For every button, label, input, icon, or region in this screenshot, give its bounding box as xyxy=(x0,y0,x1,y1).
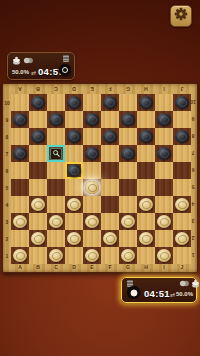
rank-label-left-10: 10 xyxy=(3,94,11,111)
black-piece-g7[interactable] xyxy=(121,147,135,160)
square-d2[interactable] xyxy=(65,230,83,247)
square-e4[interactable] xyxy=(83,196,101,213)
square-i6[interactable] xyxy=(155,162,173,179)
swap-arrows-icon: ⇄ xyxy=(170,291,175,298)
square-d10[interactable] xyxy=(65,94,83,111)
square-j5[interactable] xyxy=(173,179,191,196)
square-c10[interactable] xyxy=(47,94,65,111)
square-f7[interactable] xyxy=(101,145,119,162)
black-piece-h10[interactable] xyxy=(139,96,153,109)
square-a6[interactable] xyxy=(11,162,29,179)
square-i8[interactable] xyxy=(155,128,173,145)
square-c3[interactable] xyxy=(47,213,65,230)
rank-label-left-9: 9 xyxy=(3,111,11,128)
square-h4[interactable] xyxy=(137,196,155,213)
file-label-top-g: G xyxy=(119,84,137,94)
square-h5[interactable] xyxy=(137,179,155,196)
file-label-top-i: I xyxy=(155,84,173,94)
square-g9[interactable] xyxy=(119,111,137,128)
black-piece-a9[interactable] xyxy=(13,113,27,126)
square-d4[interactable] xyxy=(65,196,83,213)
square-d3[interactable] xyxy=(65,213,83,230)
square-f2[interactable] xyxy=(101,230,119,247)
rank-labels-left: 10987654321 xyxy=(3,94,11,264)
square-g10[interactable] xyxy=(119,94,137,111)
white-piece-j2[interactable] xyxy=(175,232,189,245)
win-rate: 50.0% xyxy=(12,69,29,75)
white-piece-e5[interactable] xyxy=(85,181,99,194)
square-b8[interactable] xyxy=(29,128,47,145)
rank-label-left-8: 8 xyxy=(3,128,11,145)
player-panel-white: 04:51 ⇄ 50.0% xyxy=(121,277,197,303)
rank-label-left-3: 3 xyxy=(3,213,11,230)
square-g2[interactable] xyxy=(119,230,137,247)
settings-button[interactable] xyxy=(170,5,192,27)
black-piece-h8[interactable] xyxy=(139,130,153,143)
black-piece-d10[interactable] xyxy=(67,96,81,109)
square-g1[interactable] xyxy=(119,247,137,264)
square-c2[interactable] xyxy=(47,230,65,247)
square-b3[interactable] xyxy=(29,213,47,230)
square-a8[interactable] xyxy=(11,128,29,145)
square-h7[interactable] xyxy=(137,145,155,162)
white-piece-g3[interactable] xyxy=(121,215,135,228)
square-j9[interactable] xyxy=(173,111,191,128)
square-h10[interactable] xyxy=(137,94,155,111)
square-h3[interactable] xyxy=(137,213,155,230)
square-g4[interactable] xyxy=(119,196,137,213)
square-j10[interactable] xyxy=(173,94,191,111)
square-j3[interactable] xyxy=(173,213,191,230)
square-e5[interactable] xyxy=(83,179,101,196)
file-label-top-d: D xyxy=(65,84,83,94)
square-a7[interactable] xyxy=(11,145,29,162)
hint-magnifier-icon xyxy=(50,148,62,160)
square-a3[interactable] xyxy=(11,213,29,230)
square-e3[interactable] xyxy=(83,213,101,230)
square-h1[interactable] xyxy=(137,247,155,264)
gear-icon xyxy=(174,7,188,25)
square-d8[interactable] xyxy=(65,128,83,145)
white-piece-j4[interactable] xyxy=(175,198,189,211)
file-label-top-b: B xyxy=(29,84,47,94)
rank-label-left-6: 6 xyxy=(3,162,11,179)
rank-label-left-7: 7 xyxy=(3,145,11,162)
square-c8[interactable] xyxy=(47,128,65,145)
square-h8[interactable] xyxy=(137,128,155,145)
square-e6[interactable] xyxy=(83,162,101,179)
square-c6[interactable] xyxy=(47,162,65,179)
square-b2[interactable] xyxy=(29,230,47,247)
square-e10[interactable] xyxy=(83,94,101,111)
swap-arrows-icon: ⇄ xyxy=(31,69,36,76)
white-piece-d2[interactable] xyxy=(67,232,81,245)
rank-label-left-2: 2 xyxy=(3,230,11,247)
black-piece-f10[interactable] xyxy=(103,96,117,109)
square-a1[interactable] xyxy=(11,247,29,264)
checkers-board: ABCDEFGHIJ ABCDEFGHIJ 10987654321 109876… xyxy=(2,83,198,273)
white-piece-e3[interactable] xyxy=(85,215,99,228)
player-panel-black: 50.0% ⇄ 04:57 xyxy=(7,52,75,80)
black-piece-e9[interactable] xyxy=(85,113,99,126)
white-clock: 04:51 xyxy=(144,288,170,299)
white-player-avatar xyxy=(127,286,140,299)
white-piece-d4[interactable] xyxy=(67,198,81,211)
white-piece-a3[interactable] xyxy=(13,215,27,228)
black-player-avatar xyxy=(59,64,71,76)
square-i9[interactable] xyxy=(155,111,173,128)
white-piece-i3[interactable] xyxy=(157,215,171,228)
square-i4[interactable] xyxy=(155,196,173,213)
square-d5[interactable] xyxy=(65,179,83,196)
black-piece-c9[interactable] xyxy=(49,113,63,126)
square-e7[interactable] xyxy=(83,145,101,162)
square-j8[interactable] xyxy=(173,128,191,145)
square-f1[interactable] xyxy=(101,247,119,264)
black-piece-d6[interactable] xyxy=(67,164,81,177)
square-a4[interactable] xyxy=(11,196,29,213)
square-b6[interactable] xyxy=(29,162,47,179)
file-label-top-f: F xyxy=(101,84,119,94)
white-piece-f2[interactable] xyxy=(103,232,117,245)
square-f9[interactable] xyxy=(101,111,119,128)
square-b1[interactable] xyxy=(29,247,47,264)
square-j7[interactable] xyxy=(173,145,191,162)
white-piece-h4[interactable] xyxy=(139,198,153,211)
panel-menu-icon[interactable] xyxy=(63,55,69,62)
white-piece-c1[interactable] xyxy=(49,249,63,262)
square-i7[interactable] xyxy=(155,145,173,162)
white-piece-b4[interactable] xyxy=(31,198,45,211)
square-e9[interactable] xyxy=(83,111,101,128)
square-e2[interactable] xyxy=(83,230,101,247)
square-c7[interactable] xyxy=(47,145,65,162)
file-label-top-e: E xyxy=(83,84,101,94)
square-g7[interactable] xyxy=(119,145,137,162)
file-label-top-h: H xyxy=(137,84,155,94)
square-b7[interactable] xyxy=(29,145,47,162)
win-rate: 50.0% xyxy=(176,291,193,297)
black-piece-i9[interactable] xyxy=(157,113,171,126)
square-f10[interactable] xyxy=(101,94,119,111)
white-piece-a1[interactable] xyxy=(13,249,27,262)
square-g5[interactable] xyxy=(119,179,137,196)
square-b10[interactable] xyxy=(29,94,47,111)
black-piece-g9[interactable] xyxy=(121,113,135,126)
white-piece-e1[interactable] xyxy=(85,249,99,262)
file-label-top-j: J xyxy=(173,84,191,94)
black-piece-d8[interactable] xyxy=(67,130,81,143)
square-f8[interactable] xyxy=(101,128,119,145)
file-labels-top: ABCDEFGHIJ xyxy=(11,84,191,94)
square-f6[interactable] xyxy=(101,162,119,179)
white-piece-b2[interactable] xyxy=(31,232,45,245)
game-screen: 50.0% ⇄ 04:57 ABCDEFGHIJ ABCDEFGHIJ 1098… xyxy=(0,0,200,356)
square-i5[interactable] xyxy=(155,179,173,196)
square-h6[interactable] xyxy=(137,162,155,179)
square-f3[interactable] xyxy=(101,213,119,230)
square-i3[interactable] xyxy=(155,213,173,230)
square-i1[interactable] xyxy=(155,247,173,264)
square-a5[interactable] xyxy=(11,179,29,196)
square-c9[interactable] xyxy=(47,111,65,128)
rank-label-left-5: 5 xyxy=(3,179,11,196)
square-c4[interactable] xyxy=(47,196,65,213)
file-label-top-c: C xyxy=(47,84,65,94)
square-c1[interactable] xyxy=(47,247,65,264)
square-i2[interactable] xyxy=(155,230,173,247)
square-c5[interactable] xyxy=(47,179,65,196)
white-piece-g1[interactable] xyxy=(121,249,135,262)
square-b5[interactable] xyxy=(29,179,47,196)
square-a2[interactable] xyxy=(11,230,29,247)
rank-label-left-4: 4 xyxy=(3,196,11,213)
black-piece-b8[interactable] xyxy=(31,130,45,143)
white-piece-i1[interactable] xyxy=(157,249,171,262)
square-b9[interactable] xyxy=(29,111,47,128)
board-grid xyxy=(11,94,191,264)
black-piece-b10[interactable] xyxy=(31,96,45,109)
square-d6[interactable] xyxy=(65,162,83,179)
square-d7[interactable] xyxy=(65,145,83,162)
square-h9[interactable] xyxy=(137,111,155,128)
square-g6[interactable] xyxy=(119,162,137,179)
white-piece-h2[interactable] xyxy=(139,232,153,245)
black-piece-i7[interactable] xyxy=(157,147,171,160)
black-piece-j8[interactable] xyxy=(175,130,189,143)
square-j2[interactable] xyxy=(173,230,191,247)
rank-label-left-1: 1 xyxy=(3,247,11,264)
square-h2[interactable] xyxy=(137,230,155,247)
square-g3[interactable] xyxy=(119,213,137,230)
square-a10[interactable] xyxy=(11,94,29,111)
square-d9[interactable] xyxy=(65,111,83,128)
black-piece-f8[interactable] xyxy=(103,130,117,143)
square-a9[interactable] xyxy=(11,111,29,128)
square-g8[interactable] xyxy=(119,128,137,145)
black-piece-e7[interactable] xyxy=(85,147,99,160)
square-j4[interactable] xyxy=(173,196,191,213)
white-piece-c3[interactable] xyxy=(49,215,63,228)
square-e8[interactable] xyxy=(83,128,101,145)
square-j6[interactable] xyxy=(173,162,191,179)
square-e1[interactable] xyxy=(83,247,101,264)
square-d1[interactable] xyxy=(65,247,83,264)
file-label-top-a: A xyxy=(11,84,29,94)
square-b4[interactable] xyxy=(29,196,47,213)
square-f4[interactable] xyxy=(101,196,119,213)
square-i10[interactable] xyxy=(155,94,173,111)
square-j1[interactable] xyxy=(173,247,191,264)
black-piece-j10[interactable] xyxy=(175,96,189,109)
black-piece-a7[interactable] xyxy=(13,147,27,160)
square-f5[interactable] xyxy=(101,179,119,196)
